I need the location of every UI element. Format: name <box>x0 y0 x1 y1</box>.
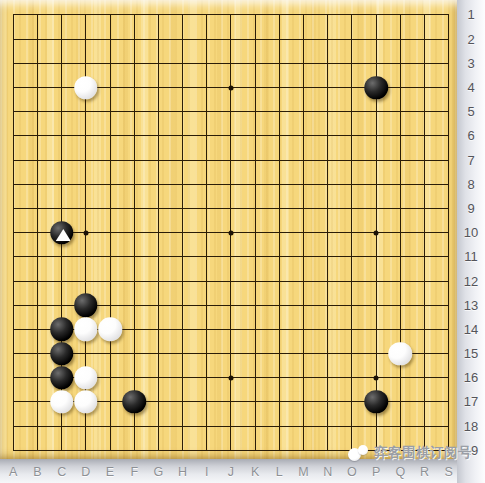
intersection-H6[interactable] <box>171 124 195 148</box>
intersection-O2[interactable] <box>340 27 364 51</box>
intersection-L10[interactable] <box>267 221 291 245</box>
intersection-K9[interactable] <box>243 196 267 220</box>
intersection-D13[interactable] <box>74 293 98 317</box>
intersection-L16[interactable] <box>267 366 291 390</box>
intersection-Q18[interactable] <box>388 414 412 438</box>
intersection-Q1[interactable] <box>388 3 412 27</box>
intersection-I12[interactable] <box>195 269 219 293</box>
intersection-L8[interactable] <box>267 172 291 196</box>
intersection-J12[interactable] <box>219 269 243 293</box>
intersection-I14[interactable] <box>195 317 219 341</box>
intersection-N12[interactable] <box>316 269 340 293</box>
intersection-B15[interactable] <box>25 342 49 366</box>
intersection-N3[interactable] <box>316 51 340 75</box>
intersection-F10[interactable] <box>122 221 146 245</box>
intersection-H19[interactable] <box>171 438 195 459</box>
intersection-N11[interactable] <box>316 245 340 269</box>
intersection-H13[interactable] <box>171 293 195 317</box>
intersection-O7[interactable] <box>340 148 364 172</box>
intersection-E18[interactable] <box>98 414 122 438</box>
intersection-A17[interactable] <box>1 390 25 414</box>
intersection-B9[interactable] <box>25 196 49 220</box>
intersection-D16[interactable] <box>74 366 98 390</box>
intersection-Q16[interactable] <box>388 366 412 390</box>
intersection-P14[interactable] <box>364 317 388 341</box>
intersection-J19[interactable] <box>219 438 243 459</box>
intersection-C16[interactable] <box>50 366 74 390</box>
intersection-O4[interactable] <box>340 75 364 99</box>
intersection-J14[interactable] <box>219 317 243 341</box>
intersection-A15[interactable] <box>1 342 25 366</box>
intersection-B13[interactable] <box>25 293 49 317</box>
intersection-D7[interactable] <box>74 148 98 172</box>
intersection-A13[interactable] <box>1 293 25 317</box>
intersection-J6[interactable] <box>219 124 243 148</box>
intersection-B6[interactable] <box>25 124 49 148</box>
intersection-F1[interactable] <box>122 3 146 27</box>
intersection-R15[interactable] <box>412 342 436 366</box>
intersection-S11[interactable] <box>437 245 457 269</box>
intersection-K4[interactable] <box>243 75 267 99</box>
intersection-M16[interactable] <box>291 366 315 390</box>
intersection-F2[interactable] <box>122 27 146 51</box>
intersection-J9[interactable] <box>219 196 243 220</box>
intersection-D3[interactable] <box>74 51 98 75</box>
intersection-Q14[interactable] <box>388 317 412 341</box>
intersection-I16[interactable] <box>195 366 219 390</box>
intersection-E12[interactable] <box>98 269 122 293</box>
intersection-B19[interactable] <box>25 438 49 459</box>
intersection-J3[interactable] <box>219 51 243 75</box>
intersection-K2[interactable] <box>243 27 267 51</box>
intersection-I1[interactable] <box>195 3 219 27</box>
intersection-K12[interactable] <box>243 269 267 293</box>
intersection-F18[interactable] <box>122 414 146 438</box>
intersection-J5[interactable] <box>219 100 243 124</box>
intersection-D5[interactable] <box>74 100 98 124</box>
intersection-L6[interactable] <box>267 124 291 148</box>
intersection-S4[interactable] <box>437 75 457 99</box>
intersection-N10[interactable] <box>316 221 340 245</box>
intersection-O16[interactable] <box>340 366 364 390</box>
intersection-M1[interactable] <box>291 3 315 27</box>
intersection-P9[interactable] <box>364 196 388 220</box>
intersection-Q9[interactable] <box>388 196 412 220</box>
intersection-S2[interactable] <box>437 27 457 51</box>
intersection-O15[interactable] <box>340 342 364 366</box>
intersection-E10[interactable] <box>98 221 122 245</box>
intersection-M7[interactable] <box>291 148 315 172</box>
intersection-D17[interactable] <box>74 390 98 414</box>
intersection-O18[interactable] <box>340 414 364 438</box>
intersection-O5[interactable] <box>340 100 364 124</box>
intersection-A18[interactable] <box>1 414 25 438</box>
intersection-O6[interactable] <box>340 124 364 148</box>
intersection-Q7[interactable] <box>388 148 412 172</box>
intersection-S1[interactable] <box>437 3 457 27</box>
intersection-N16[interactable] <box>316 366 340 390</box>
intersection-C4[interactable] <box>50 75 74 99</box>
intersection-O3[interactable] <box>340 51 364 75</box>
intersection-C19[interactable] <box>50 438 74 459</box>
intersection-N7[interactable] <box>316 148 340 172</box>
intersection-C5[interactable] <box>50 100 74 124</box>
intersection-Q4[interactable] <box>388 75 412 99</box>
intersection-B18[interactable] <box>25 414 49 438</box>
intersection-H12[interactable] <box>171 269 195 293</box>
intersection-F7[interactable] <box>122 148 146 172</box>
intersection-R18[interactable] <box>412 414 436 438</box>
intersection-L9[interactable] <box>267 196 291 220</box>
intersection-O9[interactable] <box>340 196 364 220</box>
intersection-B2[interactable] <box>25 27 49 51</box>
intersection-H16[interactable] <box>171 366 195 390</box>
intersection-L7[interactable] <box>267 148 291 172</box>
intersection-J11[interactable] <box>219 245 243 269</box>
intersection-A14[interactable] <box>1 317 25 341</box>
intersection-P7[interactable] <box>364 148 388 172</box>
intersection-B8[interactable] <box>25 172 49 196</box>
intersection-H9[interactable] <box>171 196 195 220</box>
intersection-K8[interactable] <box>243 172 267 196</box>
intersection-N4[interactable] <box>316 75 340 99</box>
intersection-B10[interactable] <box>25 221 49 245</box>
intersection-P6[interactable] <box>364 124 388 148</box>
intersection-O10[interactable] <box>340 221 364 245</box>
intersection-F12[interactable] <box>122 269 146 293</box>
intersection-E3[interactable] <box>98 51 122 75</box>
intersection-R16[interactable] <box>412 366 436 390</box>
intersection-Q6[interactable] <box>388 124 412 148</box>
intersection-E14[interactable] <box>98 317 122 341</box>
intersection-R10[interactable] <box>412 221 436 245</box>
intersection-B7[interactable] <box>25 148 49 172</box>
intersection-J8[interactable] <box>219 172 243 196</box>
intersection-K1[interactable] <box>243 3 267 27</box>
intersection-B14[interactable] <box>25 317 49 341</box>
intersection-M12[interactable] <box>291 269 315 293</box>
intersection-E9[interactable] <box>98 196 122 220</box>
intersection-G13[interactable] <box>146 293 170 317</box>
intersection-D2[interactable] <box>74 27 98 51</box>
intersection-S8[interactable] <box>437 172 457 196</box>
intersection-O1[interactable] <box>340 3 364 27</box>
intersection-A3[interactable] <box>1 51 25 75</box>
intersection-C8[interactable] <box>50 172 74 196</box>
intersection-E5[interactable] <box>98 100 122 124</box>
intersection-R8[interactable] <box>412 172 436 196</box>
intersection-S3[interactable] <box>437 51 457 75</box>
intersection-G15[interactable] <box>146 342 170 366</box>
intersection-P17[interactable] <box>364 390 388 414</box>
intersection-I13[interactable] <box>195 293 219 317</box>
intersection-D1[interactable] <box>74 3 98 27</box>
intersection-J7[interactable] <box>219 148 243 172</box>
intersection-G2[interactable] <box>146 27 170 51</box>
intersection-G17[interactable] <box>146 390 170 414</box>
intersection-H15[interactable] <box>171 342 195 366</box>
intersection-M8[interactable] <box>291 172 315 196</box>
intersection-G8[interactable] <box>146 172 170 196</box>
intersection-P12[interactable] <box>364 269 388 293</box>
intersection-Q2[interactable] <box>388 27 412 51</box>
intersection-L5[interactable] <box>267 100 291 124</box>
intersection-L4[interactable] <box>267 75 291 99</box>
intersection-A10[interactable] <box>1 221 25 245</box>
intersection-K18[interactable] <box>243 414 267 438</box>
intersection-C17[interactable] <box>50 390 74 414</box>
intersection-P2[interactable] <box>364 27 388 51</box>
intersection-I3[interactable] <box>195 51 219 75</box>
intersection-B5[interactable] <box>25 100 49 124</box>
intersection-J16[interactable] <box>219 366 243 390</box>
intersection-A6[interactable] <box>1 124 25 148</box>
intersection-A4[interactable] <box>1 75 25 99</box>
intersection-Q3[interactable] <box>388 51 412 75</box>
intersection-C6[interactable] <box>50 124 74 148</box>
intersection-D8[interactable] <box>74 172 98 196</box>
intersection-H5[interactable] <box>171 100 195 124</box>
intersection-G3[interactable] <box>146 51 170 75</box>
intersection-Q5[interactable] <box>388 100 412 124</box>
intersection-M10[interactable] <box>291 221 315 245</box>
intersection-D10[interactable] <box>74 221 98 245</box>
intersection-F3[interactable] <box>122 51 146 75</box>
intersection-N8[interactable] <box>316 172 340 196</box>
intersection-L15[interactable] <box>267 342 291 366</box>
intersection-M15[interactable] <box>291 342 315 366</box>
intersection-K15[interactable] <box>243 342 267 366</box>
intersection-B17[interactable] <box>25 390 49 414</box>
intersection-P13[interactable] <box>364 293 388 317</box>
intersection-A7[interactable] <box>1 148 25 172</box>
intersection-Q8[interactable] <box>388 172 412 196</box>
intersection-G11[interactable] <box>146 245 170 269</box>
intersection-N9[interactable] <box>316 196 340 220</box>
intersection-C13[interactable] <box>50 293 74 317</box>
intersection-G9[interactable] <box>146 196 170 220</box>
intersection-O11[interactable] <box>340 245 364 269</box>
intersection-A5[interactable] <box>1 100 25 124</box>
intersection-M9[interactable] <box>291 196 315 220</box>
intersection-H8[interactable] <box>171 172 195 196</box>
intersection-M19[interactable] <box>291 438 315 459</box>
intersection-J4[interactable] <box>219 75 243 99</box>
intersection-I8[interactable] <box>195 172 219 196</box>
intersection-M5[interactable] <box>291 100 315 124</box>
intersection-J15[interactable] <box>219 342 243 366</box>
intersection-R11[interactable] <box>412 245 436 269</box>
intersection-B12[interactable] <box>25 269 49 293</box>
intersection-K6[interactable] <box>243 124 267 148</box>
intersection-S9[interactable] <box>437 196 457 220</box>
intersection-M11[interactable] <box>291 245 315 269</box>
intersection-F13[interactable] <box>122 293 146 317</box>
intersection-C18[interactable] <box>50 414 74 438</box>
intersection-F14[interactable] <box>122 317 146 341</box>
intersection-E11[interactable] <box>98 245 122 269</box>
intersection-G19[interactable] <box>146 438 170 459</box>
intersection-N1[interactable] <box>316 3 340 27</box>
intersection-H10[interactable] <box>171 221 195 245</box>
intersection-F6[interactable] <box>122 124 146 148</box>
intersection-N13[interactable] <box>316 293 340 317</box>
intersection-P4[interactable] <box>364 75 388 99</box>
intersection-Q15[interactable] <box>388 342 412 366</box>
intersection-F15[interactable] <box>122 342 146 366</box>
intersection-G14[interactable] <box>146 317 170 341</box>
intersection-B1[interactable] <box>25 3 49 27</box>
intersection-O13[interactable] <box>340 293 364 317</box>
intersection-S16[interactable] <box>437 366 457 390</box>
intersection-L11[interactable] <box>267 245 291 269</box>
intersection-P3[interactable] <box>364 51 388 75</box>
intersection-G6[interactable] <box>146 124 170 148</box>
intersection-P10[interactable] <box>364 221 388 245</box>
intersection-K14[interactable] <box>243 317 267 341</box>
intersection-D9[interactable] <box>74 196 98 220</box>
intersection-N6[interactable] <box>316 124 340 148</box>
intersection-H1[interactable] <box>171 3 195 27</box>
intersection-Q17[interactable] <box>388 390 412 414</box>
intersection-B4[interactable] <box>25 75 49 99</box>
intersection-H2[interactable] <box>171 27 195 51</box>
intersection-L3[interactable] <box>267 51 291 75</box>
intersection-K10[interactable] <box>243 221 267 245</box>
intersection-N5[interactable] <box>316 100 340 124</box>
intersection-D15[interactable] <box>74 342 98 366</box>
intersection-B11[interactable] <box>25 245 49 269</box>
intersection-N19[interactable] <box>316 438 340 459</box>
intersection-O12[interactable] <box>340 269 364 293</box>
intersection-A8[interactable] <box>1 172 25 196</box>
intersection-H3[interactable] <box>171 51 195 75</box>
intersection-S5[interactable] <box>437 100 457 124</box>
intersection-M2[interactable] <box>291 27 315 51</box>
intersection-G1[interactable] <box>146 3 170 27</box>
intersection-I15[interactable] <box>195 342 219 366</box>
intersection-A12[interactable] <box>1 269 25 293</box>
intersection-N17[interactable] <box>316 390 340 414</box>
intersection-C15[interactable] <box>50 342 74 366</box>
intersection-A11[interactable] <box>1 245 25 269</box>
intersection-D18[interactable] <box>74 414 98 438</box>
intersection-E19[interactable] <box>98 438 122 459</box>
intersection-M4[interactable] <box>291 75 315 99</box>
intersection-S18[interactable] <box>437 414 457 438</box>
intersection-I10[interactable] <box>195 221 219 245</box>
intersection-I9[interactable] <box>195 196 219 220</box>
intersection-M17[interactable] <box>291 390 315 414</box>
intersection-S6[interactable] <box>437 124 457 148</box>
intersection-C7[interactable] <box>50 148 74 172</box>
intersection-E13[interactable] <box>98 293 122 317</box>
intersection-D12[interactable] <box>74 269 98 293</box>
intersection-R5[interactable] <box>412 100 436 124</box>
intersection-P18[interactable] <box>364 414 388 438</box>
intersection-E2[interactable] <box>98 27 122 51</box>
intersection-S10[interactable] <box>437 221 457 245</box>
intersection-E1[interactable] <box>98 3 122 27</box>
intersection-H4[interactable] <box>171 75 195 99</box>
intersection-L12[interactable] <box>267 269 291 293</box>
intersection-K5[interactable] <box>243 100 267 124</box>
intersection-R7[interactable] <box>412 148 436 172</box>
intersection-F9[interactable] <box>122 196 146 220</box>
intersection-I19[interactable] <box>195 438 219 459</box>
intersection-R12[interactable] <box>412 269 436 293</box>
intersection-M3[interactable] <box>291 51 315 75</box>
intersection-G16[interactable] <box>146 366 170 390</box>
intersection-J18[interactable] <box>219 414 243 438</box>
intersection-F5[interactable] <box>122 100 146 124</box>
intersection-G12[interactable] <box>146 269 170 293</box>
intersection-C10[interactable] <box>50 221 74 245</box>
intersection-L1[interactable] <box>267 3 291 27</box>
intersection-K7[interactable] <box>243 148 267 172</box>
intersection-M18[interactable] <box>291 414 315 438</box>
intersection-H18[interactable] <box>171 414 195 438</box>
intersection-R1[interactable] <box>412 3 436 27</box>
intersection-J1[interactable] <box>219 3 243 27</box>
intersection-C1[interactable] <box>50 3 74 27</box>
intersection-L18[interactable] <box>267 414 291 438</box>
intersection-N15[interactable] <box>316 342 340 366</box>
intersection-S17[interactable] <box>437 390 457 414</box>
intersection-F4[interactable] <box>122 75 146 99</box>
intersection-E4[interactable] <box>98 75 122 99</box>
intersection-L13[interactable] <box>267 293 291 317</box>
intersection-I11[interactable] <box>195 245 219 269</box>
intersection-K16[interactable] <box>243 366 267 390</box>
intersection-D14[interactable] <box>74 317 98 341</box>
intersection-C11[interactable] <box>50 245 74 269</box>
intersection-R2[interactable] <box>412 27 436 51</box>
intersection-D11[interactable] <box>74 245 98 269</box>
intersection-E8[interactable] <box>98 172 122 196</box>
intersection-R17[interactable] <box>412 390 436 414</box>
intersection-P16[interactable] <box>364 366 388 390</box>
intersection-R13[interactable] <box>412 293 436 317</box>
intersection-G4[interactable] <box>146 75 170 99</box>
intersection-P11[interactable] <box>364 245 388 269</box>
intersection-F17[interactable] <box>122 390 146 414</box>
intersection-S13[interactable] <box>437 293 457 317</box>
intersection-I4[interactable] <box>195 75 219 99</box>
intersection-K17[interactable] <box>243 390 267 414</box>
intersection-N14[interactable] <box>316 317 340 341</box>
intersection-R3[interactable] <box>412 51 436 75</box>
intersection-R14[interactable] <box>412 317 436 341</box>
intersection-F8[interactable] <box>122 172 146 196</box>
intersection-L14[interactable] <box>267 317 291 341</box>
intersection-E16[interactable] <box>98 366 122 390</box>
intersection-K11[interactable] <box>243 245 267 269</box>
intersection-L17[interactable] <box>267 390 291 414</box>
intersection-K19[interactable] <box>243 438 267 459</box>
intersection-A1[interactable] <box>1 3 25 27</box>
intersection-B16[interactable] <box>25 366 49 390</box>
intersection-I5[interactable] <box>195 100 219 124</box>
intersection-K13[interactable] <box>243 293 267 317</box>
intersection-O8[interactable] <box>340 172 364 196</box>
intersection-G5[interactable] <box>146 100 170 124</box>
intersection-F11[interactable] <box>122 245 146 269</box>
intersection-H14[interactable] <box>171 317 195 341</box>
intersection-H17[interactable] <box>171 390 195 414</box>
intersection-J2[interactable] <box>219 27 243 51</box>
intersection-Q13[interactable] <box>388 293 412 317</box>
